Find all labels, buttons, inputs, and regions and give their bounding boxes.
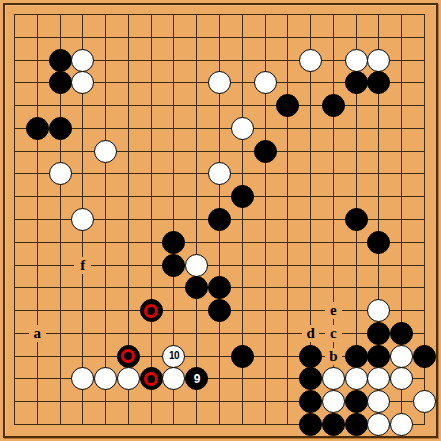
stone-black[interactable] [140,299,163,322]
point-label-d[interactable]: d [302,325,319,342]
point-label-c[interactable]: c [325,325,342,342]
grid-line-horizontal [14,333,425,334]
stone-black[interactable] [322,94,345,117]
stone-black[interactable] [117,345,140,368]
stone-black[interactable] [254,140,277,163]
stone-black[interactable] [345,345,368,368]
stone-black[interactable] [390,322,413,345]
red-circle-mark [144,372,158,386]
stone-white[interactable] [322,390,345,413]
stone-white[interactable] [94,140,117,163]
stone-white[interactable] [71,49,94,72]
stone-white[interactable] [367,49,390,72]
stone-black[interactable] [345,390,368,413]
stone-black[interactable] [140,367,163,390]
stone-black[interactable] [231,345,254,368]
stone-white[interactable] [49,162,72,185]
point-label-a[interactable]: a [29,325,46,342]
grid-line-horizontal [14,242,425,243]
stone-white[interactable] [345,49,368,72]
stone-white[interactable] [185,254,208,277]
stone-black[interactable] [49,49,72,72]
stone-black[interactable] [49,71,72,94]
stone-black[interactable] [322,413,345,436]
stone-black[interactable] [345,413,368,436]
stone-white[interactable] [390,345,413,368]
stone-black[interactable] [49,117,72,140]
move-number-label: 9 [194,373,200,385]
stone-white[interactable]: 10 [162,345,185,368]
red-circle-mark [121,349,135,363]
stone-black[interactable] [26,117,49,140]
stone-white[interactable] [231,117,254,140]
point-label-e[interactable]: e [325,302,342,319]
stone-black[interactable] [208,299,231,322]
stone-black[interactable] [162,254,185,277]
stone-white[interactable] [299,49,322,72]
point-label-b[interactable]: b [325,348,342,365]
point-label-f[interactable]: f [74,257,91,274]
red-circle-mark [144,304,158,318]
grid-line-vertical [287,14,288,425]
go-board[interactable]: 109 abcdef [0,0,441,441]
stone-black[interactable] [413,345,436,368]
stone-black[interactable] [345,208,368,231]
stone-black[interactable] [231,185,254,208]
stone-black[interactable] [299,345,322,368]
stone-black[interactable] [299,413,322,436]
stone-black[interactable] [345,71,368,94]
stone-black[interactable] [208,208,231,231]
stone-white[interactable] [254,71,277,94]
move-number-label: 10 [169,351,179,361]
